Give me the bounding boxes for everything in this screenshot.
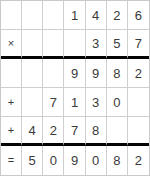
- empty-cell: [1, 1, 22, 30]
- partial-product-1-digit: 8: [107, 59, 128, 88]
- partial-product-3-digit: 4: [22, 117, 43, 146]
- multiplier-digit: 5: [107, 30, 128, 59]
- empty-cell: [22, 30, 43, 59]
- empty-cell: [22, 88, 43, 117]
- empty-cell: [22, 1, 43, 30]
- partial-product-3-digit: 2: [43, 117, 64, 146]
- multiplier-digit: 3: [86, 30, 107, 59]
- plus-sign: +: [1, 88, 22, 117]
- empty-cell: [64, 30, 85, 59]
- product-digit: 0: [43, 146, 64, 175]
- product-digit: 5: [22, 146, 43, 175]
- partial-product-2-digit: 1: [64, 88, 85, 117]
- empty-cell: [107, 117, 128, 146]
- multiply-sign: ×: [1, 30, 22, 59]
- partial-product-3-digit: 8: [86, 117, 107, 146]
- partial-product-1-digit: 2: [128, 59, 149, 88]
- partial-product-1-digit: 9: [86, 59, 107, 88]
- plus-sign: +: [1, 117, 22, 146]
- multiplicand-digit: 6: [128, 1, 149, 30]
- multiplier-digit: 7: [128, 30, 149, 59]
- partial-product-1-digit: 9: [64, 59, 85, 88]
- multiplicand-digit: 4: [86, 1, 107, 30]
- product-digit: 9: [64, 146, 85, 175]
- empty-cell: [1, 59, 22, 88]
- empty-cell: [128, 117, 149, 146]
- product-digit: 2: [128, 146, 149, 175]
- multiplicand-digit: 2: [107, 1, 128, 30]
- empty-cell: [128, 88, 149, 117]
- empty-cell: [43, 1, 64, 30]
- empty-cell: [22, 59, 43, 88]
- partial-product-3-digit: 7: [64, 117, 85, 146]
- empty-cell: [43, 59, 64, 88]
- product-digit: 8: [107, 146, 128, 175]
- product-digit: 0: [86, 146, 107, 175]
- long-multiplication-grid: 1426×3579982+7130+4278=509082: [0, 0, 150, 176]
- partial-product-2-digit: 0: [107, 88, 128, 117]
- partial-product-2-digit: 3: [86, 88, 107, 117]
- partial-product-2-digit: 7: [43, 88, 64, 117]
- equals-sign: =: [1, 146, 22, 175]
- empty-cell: [43, 30, 64, 59]
- multiplicand-digit: 1: [64, 1, 85, 30]
